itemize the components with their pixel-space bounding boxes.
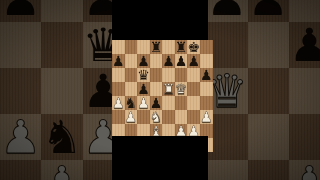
white-knight-piece: ♞ [150, 110, 163, 124]
square-e7[interactable]: ♟ [162, 54, 175, 68]
square-b6[interactable] [125, 68, 138, 82]
black-knight-piece: ♞ [41, 114, 82, 160]
bg-square-b3: ♟ [41, 160, 82, 180]
square-e8[interactable] [162, 40, 175, 54]
black-queen-piece: ♛ [137, 68, 150, 82]
square-g3[interactable] [187, 110, 200, 124]
bg-square-g3 [248, 160, 289, 180]
bg-square-a5 [0, 68, 41, 114]
video-content-strip: ♜♜♚♟♟♟♟♟♛♟♟♜♛♟♞♟♟♟♞♟♝♟♟♝♚ [112, 0, 208, 180]
square-g4[interactable] [187, 96, 200, 110]
bg-square-f7: ♟ [206, 0, 247, 22]
bg-square-b6 [41, 22, 82, 68]
black-pawn-piece: ♟ [112, 54, 125, 68]
square-h6[interactable]: ♟ [200, 68, 213, 82]
square-h4[interactable] [200, 96, 213, 110]
square-h7[interactable] [200, 54, 213, 68]
black-pawn-piece: ♟ [289, 22, 320, 68]
square-f4[interactable] [175, 96, 188, 110]
square-f6[interactable] [175, 68, 188, 82]
square-f8[interactable]: ♜ [175, 40, 188, 54]
square-e4[interactable] [162, 96, 175, 110]
bg-square-b5 [41, 68, 82, 114]
square-a5[interactable] [112, 82, 125, 96]
square-d8[interactable]: ♜ [150, 40, 163, 54]
bg-square-h7 [289, 0, 320, 22]
bg-square-a7: ♟ [0, 0, 41, 22]
bg-square-h6: ♟ [289, 22, 320, 68]
bg-square-a4: ♟ [0, 114, 41, 160]
white-queen-piece: ♛ [175, 82, 188, 96]
black-pawn-piece: ♟ [248, 0, 289, 22]
black-pawn-piece: ♟ [137, 54, 150, 68]
square-a3[interactable] [112, 110, 125, 124]
bg-square-b7 [41, 0, 82, 22]
black-pawn-piece: ♟ [162, 54, 175, 68]
square-b8[interactable] [125, 40, 138, 54]
chess-board: ♜♜♚♟♟♟♟♟♛♟♟♜♛♟♞♟♟♟♞♟♝♟♟♝♚ [112, 40, 208, 136]
square-b5[interactable] [125, 82, 138, 96]
square-b4[interactable]: ♞ [125, 96, 138, 110]
black-pawn-piece: ♟ [187, 54, 200, 68]
square-b7[interactable] [125, 54, 138, 68]
square-g7[interactable]: ♟ [187, 54, 200, 68]
white-pawn-piece: ♟ [41, 160, 82, 180]
square-a7[interactable]: ♟ [112, 54, 125, 68]
square-d7[interactable] [150, 54, 163, 68]
bg-square-h3: ♟ [289, 160, 320, 180]
square-a8[interactable] [112, 40, 125, 54]
letterbox-bottom [112, 136, 208, 180]
black-knight-piece: ♞ [125, 96, 138, 110]
bg-square-h4 [289, 114, 320, 160]
square-a6[interactable] [112, 68, 125, 82]
square-d5[interactable] [150, 82, 163, 96]
bg-square-g5 [248, 68, 289, 114]
white-pawn-piece: ♟ [0, 114, 41, 160]
square-g5[interactable] [187, 82, 200, 96]
black-pawn-piece: ♟ [175, 54, 188, 68]
white-pawn-piece: ♟ [200, 110, 213, 124]
black-pawn-piece: ♟ [206, 0, 247, 22]
bg-square-f3 [206, 160, 247, 180]
bg-square-a3 [0, 160, 41, 180]
bg-square-g4 [248, 114, 289, 160]
white-pawn-piece: ♟ [137, 96, 150, 110]
bg-square-g7: ♟ [248, 0, 289, 22]
square-f3[interactable] [175, 110, 188, 124]
square-c8[interactable] [137, 40, 150, 54]
square-e6[interactable] [162, 68, 175, 82]
square-d3[interactable]: ♞ [150, 110, 163, 124]
black-pawn-piece: ♟ [0, 0, 41, 22]
square-h3[interactable]: ♟ [200, 110, 213, 124]
square-h5[interactable] [200, 82, 213, 96]
bg-square-a6 [0, 22, 41, 68]
white-pawn-piece: ♟ [125, 110, 138, 124]
square-c4[interactable]: ♟ [137, 96, 150, 110]
square-c6[interactable]: ♛ [137, 68, 150, 82]
square-d4[interactable]: ♟ [150, 96, 163, 110]
letterbox-top [112, 0, 208, 40]
bg-square-h5 [289, 68, 320, 114]
square-g8[interactable]: ♚ [187, 40, 200, 54]
black-rook-piece: ♜ [175, 40, 188, 54]
square-c5[interactable]: ♟ [137, 82, 150, 96]
white-pawn-piece: ♟ [289, 160, 320, 180]
square-f5[interactable]: ♛ [175, 82, 188, 96]
square-e5[interactable]: ♜ [162, 82, 175, 96]
black-pawn-piece: ♟ [137, 82, 150, 96]
white-pawn-piece: ♟ [112, 96, 125, 110]
black-pawn-piece: ♟ [200, 68, 213, 82]
white-rook-piece: ♜ [162, 82, 175, 96]
square-e3[interactable] [162, 110, 175, 124]
square-c7[interactable]: ♟ [137, 54, 150, 68]
square-c3[interactable] [137, 110, 150, 124]
square-a4[interactable]: ♟ [112, 96, 125, 110]
black-pawn-piece: ♟ [150, 96, 163, 110]
bg-square-b4: ♞ [41, 114, 82, 160]
square-d6[interactable] [150, 68, 163, 82]
square-b3[interactable]: ♟ [125, 110, 138, 124]
square-g6[interactable] [187, 68, 200, 82]
bg-square-g6 [248, 22, 289, 68]
square-f7[interactable]: ♟ [175, 54, 188, 68]
square-h8[interactable] [200, 40, 213, 54]
video-frame[interactable]: ♜♜♚♟♟♟♟♟♛♟♟♜♛♟♞♟♟♟♞♟♝♟♟♝♚ ♜♜♚♟♟♟♟♟♛♟♟♜♛♟… [0, 0, 320, 180]
black-rook-piece: ♜ [150, 40, 163, 54]
black-king-piece: ♚ [187, 40, 200, 54]
